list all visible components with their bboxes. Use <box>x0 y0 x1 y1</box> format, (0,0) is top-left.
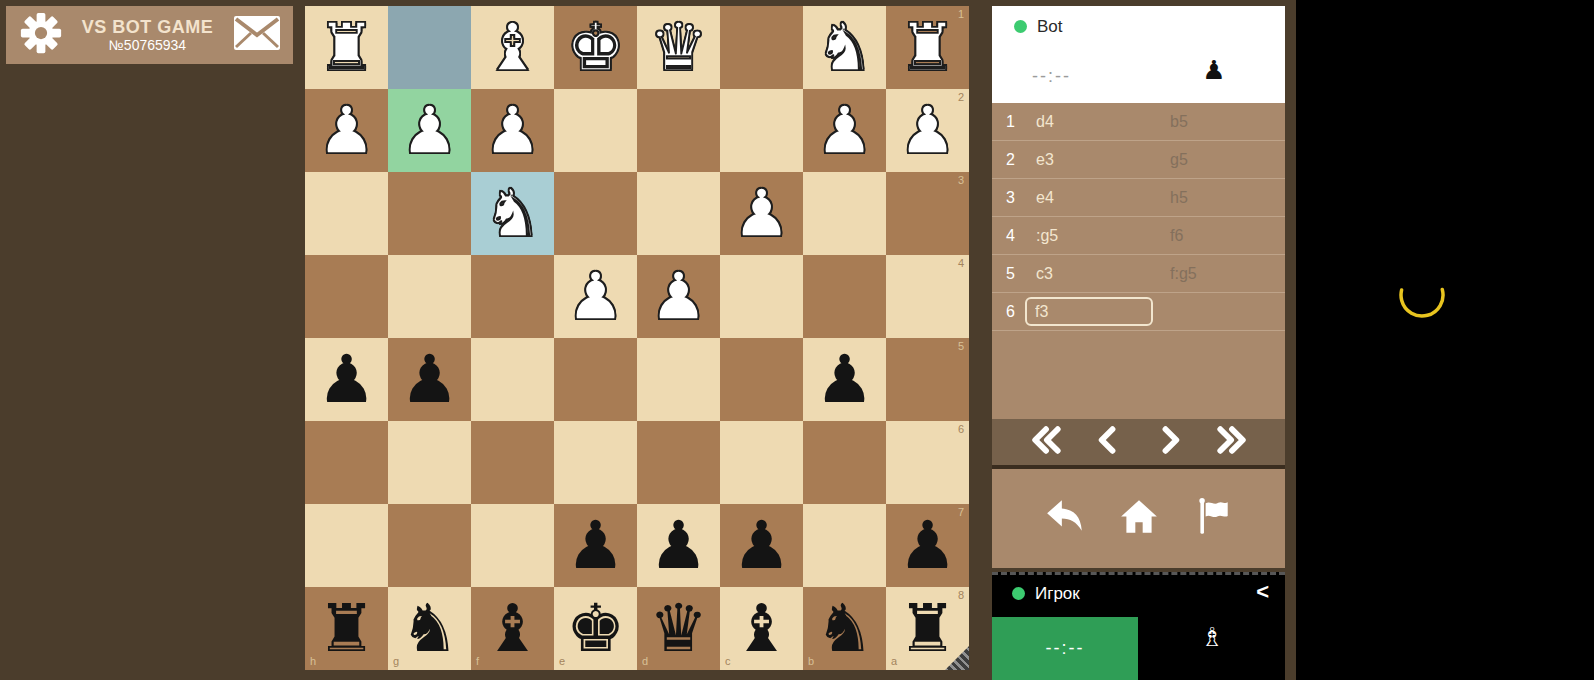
move-black[interactable]: b5 <box>1170 113 1188 131</box>
move-black[interactable]: h5 <box>1170 189 1188 207</box>
online-status-dot <box>1012 587 1025 600</box>
file-label: b <box>808 656 814 667</box>
square-d5[interactable] <box>637 338 720 421</box>
piece-white-pawn[interactable]: ♟ <box>305 89 388 172</box>
square-e5[interactable] <box>554 338 637 421</box>
captured-black-pawn-icon: ♟ <box>1196 56 1232 84</box>
square-g1[interactable] <box>388 6 471 89</box>
piece-black-pawn[interactable]: ♟ <box>637 504 720 587</box>
move-row: 5c3f:g5 <box>992 255 1285 293</box>
file-label: h <box>310 656 316 667</box>
square-g5[interactable]: ♟ <box>388 338 471 421</box>
collapse-panel-button[interactable]: < <box>1256 579 1269 605</box>
move-white[interactable]: :g5 <box>1036 227 1166 245</box>
square-f7[interactable] <box>471 504 554 587</box>
player-clock: --:-- <box>1046 638 1085 659</box>
square-f2[interactable]: ♟ <box>471 89 554 172</box>
square-a6[interactable]: 6 <box>886 421 969 504</box>
captured-white-bishop-icon: ♗ <box>1194 622 1230 652</box>
square-f4[interactable] <box>471 255 554 338</box>
piece-black-queen[interactable]: ♛ <box>637 587 720 670</box>
square-b6[interactable] <box>803 421 886 504</box>
piece-white-pawn[interactable]: ♟ <box>471 89 554 172</box>
square-b3[interactable] <box>803 172 886 255</box>
square-d8[interactable]: ♛d <box>637 587 720 670</box>
move-number: 5 <box>992 265 1036 283</box>
square-h7[interactable] <box>305 504 388 587</box>
move-input[interactable] <box>1025 297 1153 326</box>
move-white[interactable]: e3 <box>1036 151 1166 169</box>
move-white[interactable]: c3 <box>1036 265 1166 283</box>
rank-label: 8 <box>958 590 964 601</box>
square-a1[interactable]: ♜1 <box>886 6 969 89</box>
square-b7[interactable] <box>803 504 886 587</box>
move-black[interactable]: f6 <box>1170 227 1183 245</box>
game-header: VS BOT GAME №50765934 <box>6 6 293 64</box>
app: VS BOT GAME №50765934 ♜♝♚♛♞♜1♟♟♟♟♟2♞♟3♟♟… <box>0 0 1594 680</box>
rank-label: 5 <box>958 341 964 352</box>
square-c3[interactable]: ♟ <box>720 172 803 255</box>
piece-white-knight[interactable]: ♞ <box>471 172 554 255</box>
piece-black-rook[interactable]: ♜ <box>305 587 388 670</box>
move-list: 1d4b52e3g53e4h54:g5f65c3f:g56 <box>992 103 1285 420</box>
move-row: 1d4b5 <box>992 103 1285 141</box>
rank-label: 6 <box>958 424 964 435</box>
piece-black-bishop[interactable]: ♝ <box>471 587 554 670</box>
square-a3[interactable]: 3 <box>886 172 969 255</box>
piece-black-pawn[interactable]: ♟ <box>554 504 637 587</box>
square-c6[interactable] <box>720 421 803 504</box>
square-e4[interactable]: ♟ <box>554 255 637 338</box>
piece-white-pawn[interactable]: ♟ <box>388 89 471 172</box>
move-black[interactable]: f:g5 <box>1170 265 1197 283</box>
square-d7[interactable]: ♟ <box>637 504 720 587</box>
loading-spinner-icon <box>1398 271 1446 319</box>
square-d4[interactable]: ♟ <box>637 255 720 338</box>
first-move-button[interactable] <box>1026 423 1066 461</box>
last-move-button[interactable] <box>1212 423 1252 461</box>
rank-label: 3 <box>958 175 964 186</box>
piece-white-pawn[interactable]: ♟ <box>886 89 969 172</box>
square-c2[interactable] <box>720 89 803 172</box>
square-d1[interactable]: ♛ <box>637 6 720 89</box>
square-h1[interactable]: ♜ <box>305 6 388 89</box>
piece-white-knight[interactable]: ♞ <box>803 6 886 89</box>
square-g6[interactable] <box>388 421 471 504</box>
header-titles: VS BOT GAME №50765934 <box>62 17 233 54</box>
undo-move-button[interactable] <box>1043 497 1087 541</box>
home-icon <box>1117 496 1161 542</box>
file-label: c <box>725 656 731 667</box>
rank-label: 1 <box>958 9 964 20</box>
player-name: Игрок <box>1035 584 1080 604</box>
file-label: d <box>642 656 648 667</box>
file-label: g <box>393 656 399 667</box>
settings-button[interactable] <box>20 14 62 56</box>
square-e1[interactable]: ♚ <box>554 6 637 89</box>
opponent-clock: --:-- <box>1032 66 1071 87</box>
move-number: 2 <box>992 151 1036 169</box>
square-a7[interactable]: ♟7 <box>886 504 969 587</box>
rank-label: 2 <box>958 92 964 103</box>
resign-flag-button[interactable] <box>1191 497 1235 541</box>
square-c8[interactable]: ♝c <box>720 587 803 670</box>
next-move-button[interactable] <box>1150 423 1190 461</box>
square-g2[interactable]: ♟ <box>388 89 471 172</box>
square-f8[interactable]: ♝f <box>471 587 554 670</box>
piece-white-rook[interactable]: ♜ <box>305 6 388 89</box>
square-d2[interactable] <box>637 89 720 172</box>
square-a5[interactable]: 5 <box>886 338 969 421</box>
online-status-dot <box>1014 20 1027 33</box>
move-black[interactable]: g5 <box>1170 151 1188 169</box>
opponent-panel: Bot --:-- ♟ <box>992 6 1285 103</box>
move-white[interactable]: e4 <box>1036 189 1166 207</box>
file-label: e <box>559 656 565 667</box>
square-d6[interactable] <box>637 421 720 504</box>
game-number: №50765934 <box>62 37 233 53</box>
piece-black-king[interactable]: ♚ <box>554 587 637 670</box>
square-c4[interactable] <box>720 255 803 338</box>
square-h3[interactable] <box>305 172 388 255</box>
square-g4[interactable] <box>388 255 471 338</box>
move-number: 1 <box>992 113 1036 131</box>
square-f5[interactable] <box>471 338 554 421</box>
piece-black-knight[interactable]: ♞ <box>388 587 471 670</box>
piece-white-pawn[interactable]: ♟ <box>803 89 886 172</box>
piece-white-pawn[interactable]: ♟ <box>554 255 637 338</box>
chevron-right-icon <box>1151 422 1189 462</box>
move-white[interactable]: d4 <box>1036 113 1166 131</box>
piece-black-pawn[interactable]: ♟ <box>305 338 388 421</box>
file-label: a <box>891 656 897 667</box>
square-h6[interactable] <box>305 421 388 504</box>
move-row: 2e3g5 <box>992 141 1285 179</box>
chevron-left-icon <box>1089 422 1127 462</box>
envelope-icon <box>233 14 281 56</box>
square-a4[interactable]: 4 <box>886 255 969 338</box>
home-button[interactable] <box>1117 497 1161 541</box>
square-b2[interactable]: ♟ <box>803 89 886 172</box>
piece-black-rook[interactable]: ♜ <box>886 587 969 670</box>
piece-black-bishop[interactable]: ♝ <box>720 587 803 670</box>
square-h2[interactable]: ♟ <box>305 89 388 172</box>
move-navigation <box>992 419 1285 465</box>
flag-icon <box>1191 496 1235 542</box>
piece-white-pawn[interactable]: ♟ <box>637 255 720 338</box>
square-b5[interactable]: ♟ <box>803 338 886 421</box>
gear-icon <box>20 12 62 58</box>
messages-button[interactable] <box>233 15 281 55</box>
move-number: 3 <box>992 189 1036 207</box>
double-chevron-left-icon <box>1027 422 1065 462</box>
piece-white-pawn[interactable]: ♟ <box>720 172 803 255</box>
square-e6[interactable] <box>554 421 637 504</box>
square-f3[interactable]: ♞ <box>471 172 554 255</box>
square-e8[interactable]: ♚e <box>554 587 637 670</box>
move-row: 6 <box>992 293 1285 331</box>
square-g8[interactable]: ♞g <box>388 587 471 670</box>
square-h4[interactable] <box>305 255 388 338</box>
chess-board: ♜♝♚♛♞♜1♟♟♟♟♟2♞♟3♟♟4♟♟♟56♟♟♟♟7♜h♞g♝f♚e♛d♝… <box>305 6 969 670</box>
move-row: 3e4h5 <box>992 179 1285 217</box>
rank-label: 7 <box>958 507 964 518</box>
square-b4[interactable] <box>803 255 886 338</box>
square-f1[interactable]: ♝ <box>471 6 554 89</box>
square-a8[interactable]: ♜8a <box>886 587 969 670</box>
piece-white-rook[interactable]: ♜ <box>886 6 969 89</box>
square-c1[interactable] <box>720 6 803 89</box>
piece-black-pawn[interactable]: ♟ <box>886 504 969 587</box>
square-c7[interactable]: ♟ <box>720 504 803 587</box>
square-g3[interactable] <box>388 172 471 255</box>
square-h5[interactable]: ♟ <box>305 338 388 421</box>
piece-black-pawn[interactable]: ♟ <box>388 338 471 421</box>
square-e3[interactable] <box>554 172 637 255</box>
square-h8[interactable]: ♜h <box>305 587 388 670</box>
piece-black-pawn[interactable]: ♟ <box>720 504 803 587</box>
opponent-name: Bot <box>1037 17 1063 37</box>
move-row: 4:g5f6 <box>992 217 1285 255</box>
rank-label: 4 <box>958 258 964 269</box>
page-title: VS BOT GAME <box>62 17 233 38</box>
move-number: 4 <box>992 227 1036 245</box>
square-f6[interactable] <box>471 421 554 504</box>
square-d3[interactable] <box>637 172 720 255</box>
file-label: f <box>476 656 479 667</box>
player-clock-box: --:-- <box>992 617 1138 680</box>
square-a2[interactable]: ♟2 <box>886 89 969 172</box>
piece-black-knight[interactable]: ♞ <box>803 587 886 670</box>
square-g7[interactable] <box>388 504 471 587</box>
game-actions <box>992 469 1285 568</box>
previous-move-button[interactable] <box>1088 423 1128 461</box>
double-chevron-right-icon <box>1213 422 1251 462</box>
piece-white-king[interactable]: ♚ <box>554 6 637 89</box>
piece-white-queen[interactable]: ♛ <box>637 6 720 89</box>
square-e7[interactable]: ♟ <box>554 504 637 587</box>
piece-black-pawn[interactable]: ♟ <box>803 338 886 421</box>
square-c5[interactable] <box>720 338 803 421</box>
square-b8[interactable]: ♞b <box>803 587 886 670</box>
undo-arrow-icon <box>1043 496 1087 542</box>
square-e2[interactable] <box>554 89 637 172</box>
square-b1[interactable]: ♞ <box>803 6 886 89</box>
piece-white-bishop[interactable]: ♝ <box>471 6 554 89</box>
player-panel: Игрок < --:-- ♗ <box>992 572 1285 680</box>
